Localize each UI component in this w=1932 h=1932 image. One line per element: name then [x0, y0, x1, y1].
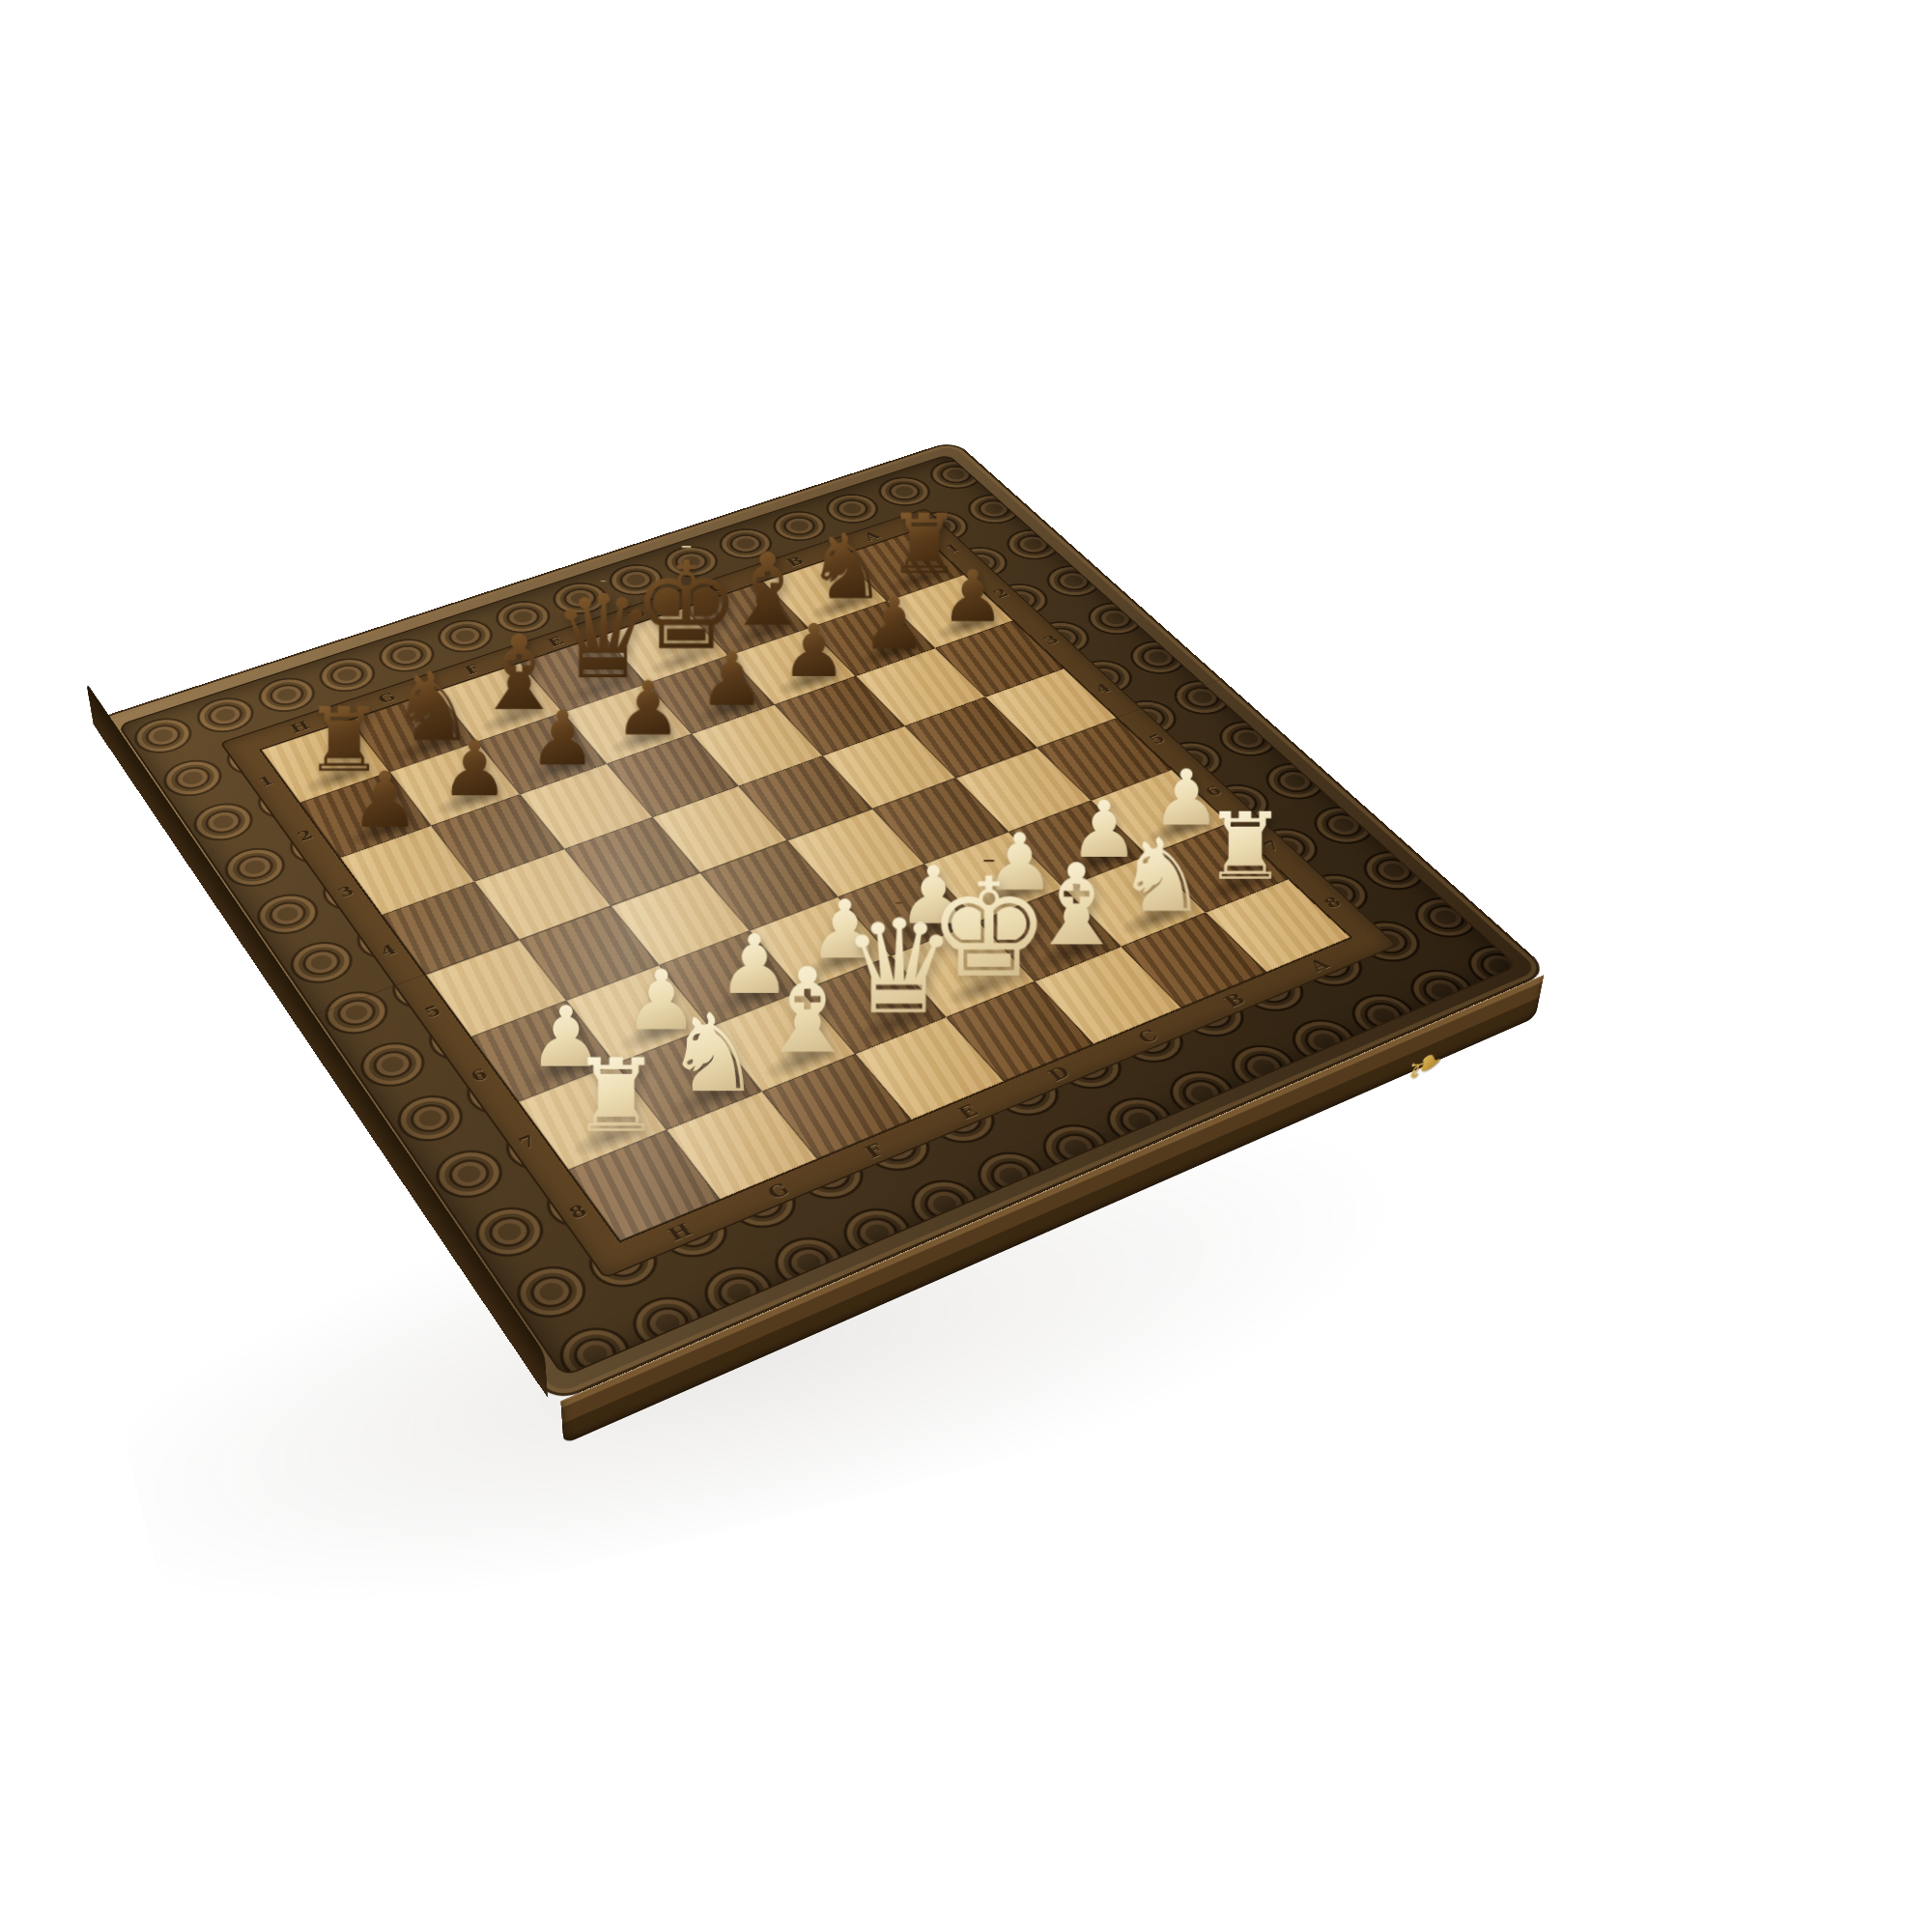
chess-piece-icon: ♟ — [350, 762, 419, 839]
chess-box: 12345678 12345678 HGFEDCBA HGFEDCBA ♜♞♝♛… — [91, 440, 1550, 1405]
chess-piece-icon: ♜ — [571, 1046, 662, 1147]
chess-piece-icon: ♟ — [940, 561, 1004, 633]
piece-dark-pawn[interactable]: ♟ — [781, 615, 846, 689]
chess-piece-icon: ♟ — [781, 615, 846, 689]
queen-ball-finial — [892, 891, 905, 904]
piece-dark-pawn[interactable]: ♟ — [440, 731, 508, 808]
chess-piece-icon: ♞ — [664, 1000, 760, 1108]
chess-piece-icon: ♞ — [1116, 826, 1207, 927]
piece-white-bishop[interactable]: ♝ — [754, 952, 860, 1069]
piece-dark-pawn[interactable]: ♟ — [940, 561, 1004, 633]
piece-dark-pawn[interactable]: ♟ — [614, 672, 681, 747]
piece-dark-pawn[interactable]: ♟ — [528, 701, 596, 777]
chess-piece-icon: ♜ — [1204, 801, 1287, 894]
piece-white-rook[interactable]: ♜ — [571, 1046, 662, 1147]
chess-piece-icon: ♟ — [440, 731, 508, 808]
queen-ball-finial — [597, 570, 609, 582]
piece-white-rook[interactable]: ♜ — [1204, 801, 1287, 894]
chess-piece-icon: ♝ — [754, 952, 860, 1069]
piece-white-knight[interactable]: ♞ — [664, 1000, 760, 1108]
piece-dark-pawn[interactable]: ♟ — [350, 762, 419, 839]
piece-white-knight[interactable]: ♞ — [1116, 826, 1207, 927]
chess-piece-icon: ♟ — [698, 643, 765, 717]
brass-latch-icon[interactable]: ❧ — [1406, 1037, 1441, 1108]
piece-dark-pawn[interactable]: ♟ — [862, 588, 926, 661]
chess-piece-icon: ♟ — [528, 701, 596, 777]
piece-dark-pawn[interactable]: ♟ — [698, 643, 765, 717]
chess-piece-icon: ♟ — [614, 672, 681, 747]
chess-piece-icon: ♟ — [862, 588, 926, 661]
scene: 12345678 12345678 HGFEDCBA HGFEDCBA ♜♞♝♛… — [0, 0, 1932, 1932]
square[interactable] — [823, 726, 956, 810]
box-bevel-edge: 12345678 12345678 HGFEDCBA HGFEDCBA ♜♞♝♛… — [91, 440, 1550, 1405]
